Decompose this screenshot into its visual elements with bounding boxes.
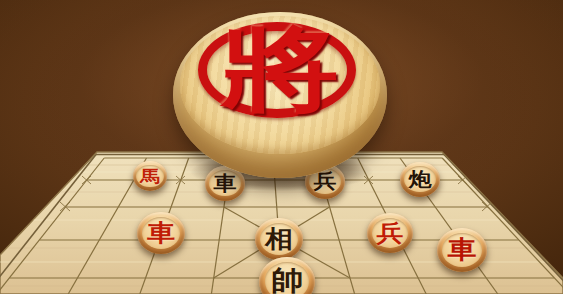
piece-face: 馬 [136,165,163,188]
piece-face: 帥 [265,262,310,294]
piece-glyph: 兵 [376,218,403,249]
board-piece-red-elephant[interactable]: 相 [255,218,303,260]
board-piece-black-cannon[interactable]: 炮 [400,162,440,197]
piece-glyph: 相 [265,223,293,256]
piece-face: 車 [442,233,482,266]
piece-glyph: 車 [448,233,477,267]
piece-face: 炮 [404,166,436,193]
piece-glyph: 車 [147,217,175,250]
piece-face: 兵 [372,218,409,248]
piece-glyph: 帥 [271,262,303,294]
hero-piece-body: 將 [173,12,387,178]
board-piece-red-chariot[interactable]: 車 [437,228,487,272]
hero-piece-general: 將 [173,12,387,178]
board-piece-red-horse[interactable]: 馬 [133,161,167,191]
piece-glyph: 炮 [409,166,432,193]
hero-piece-glyph: 將 [171,28,389,116]
piece-face: 相 [260,223,298,255]
piece-glyph: 馬 [140,164,160,187]
splash-scene: 馬車兵炮車相兵車帥 將 [0,0,563,294]
board-piece-red-chariot[interactable]: 車 [137,212,185,254]
board-piece-red-general[interactable]: 帥 [259,257,315,294]
piece-face: 車 [142,217,180,249]
board-piece-red-soldier[interactable]: 兵 [367,213,413,253]
